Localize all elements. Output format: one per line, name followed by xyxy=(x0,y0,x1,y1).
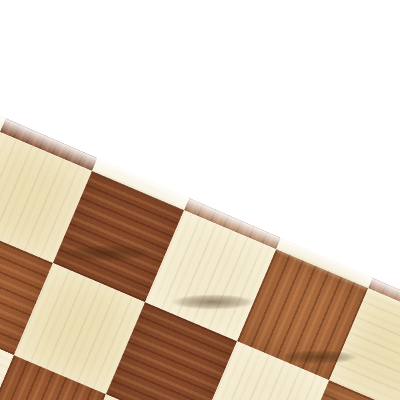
chess-product-photo: ♚ ♛ ♝ xyxy=(0,0,400,400)
white-bishop-piece: ♝ xyxy=(272,165,366,397)
white-king-piece: ♚ xyxy=(54,4,162,304)
white-queen-piece: ♛ xyxy=(162,81,265,348)
board-square xyxy=(0,1,39,132)
